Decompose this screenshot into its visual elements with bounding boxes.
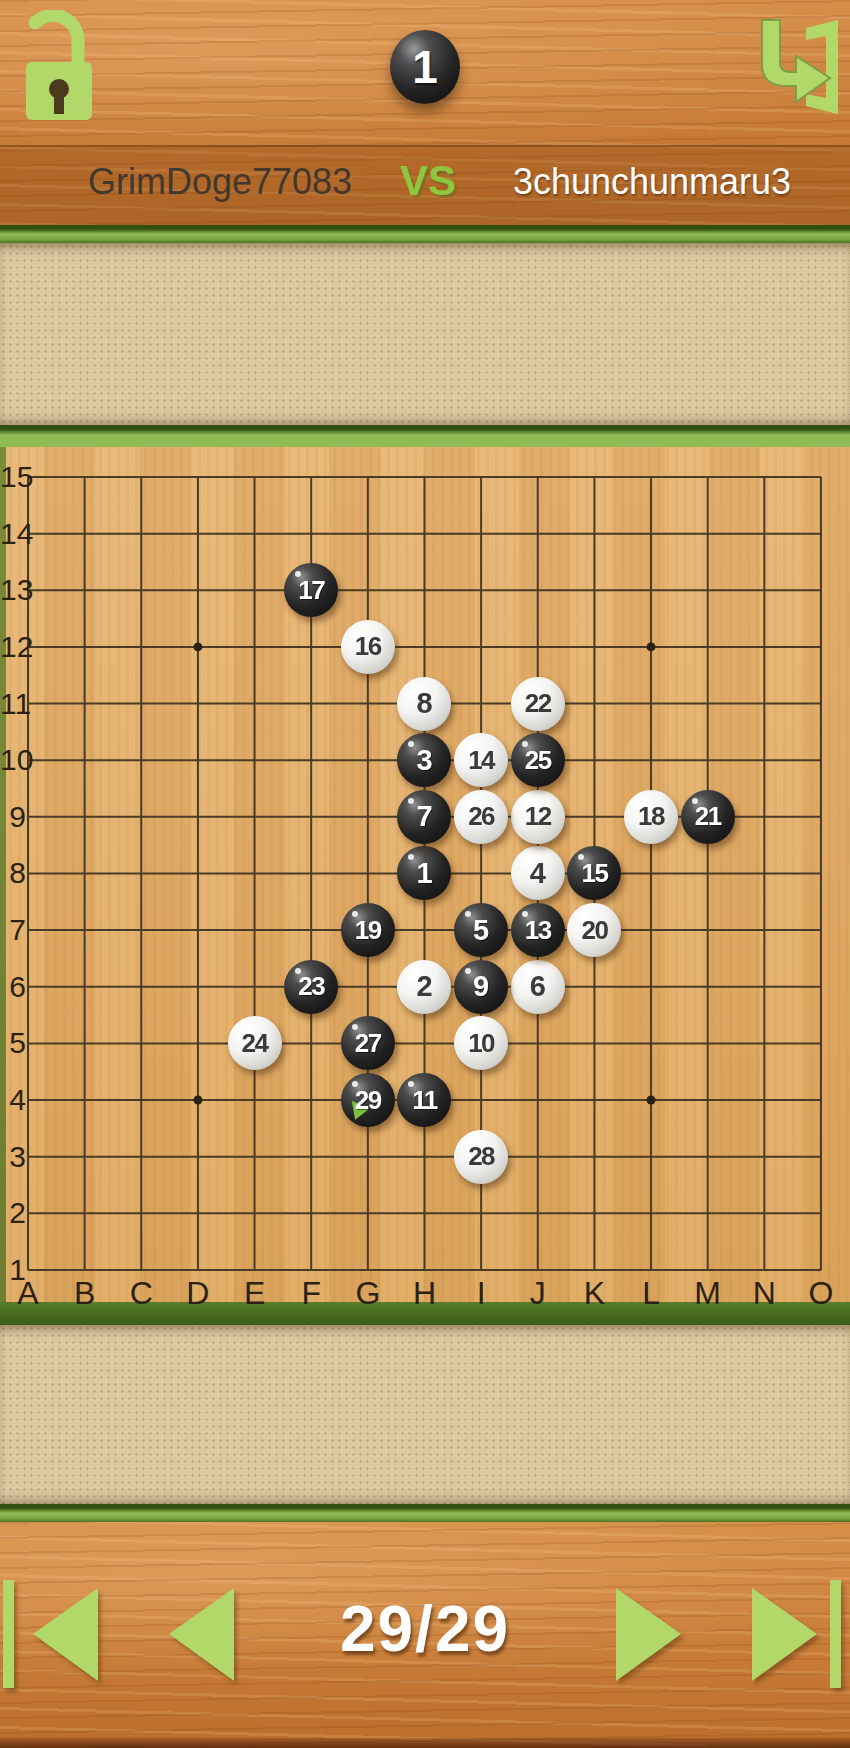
row-label: 8 (0, 855, 26, 891)
top-bar: 1 GrimDoge77083 VS 3chunchunmaru3 (0, 0, 850, 225)
row-label: 4 (0, 1082, 26, 1118)
stone-number: 21 (695, 801, 721, 832)
column-label: O (799, 1275, 843, 1311)
row-label: 10 (0, 742, 26, 778)
stone-black-23: 23 (284, 960, 338, 1014)
total-moves: 29 (435, 1593, 510, 1665)
column-label: E (233, 1275, 277, 1311)
row-label: 11 (0, 686, 26, 722)
stone-black-9: 9 (454, 960, 508, 1014)
stone-white-8: 8 (397, 677, 451, 731)
last-move-button[interactable] (748, 1578, 850, 1694)
stone-number: 12 (525, 801, 551, 832)
column-label: B (63, 1275, 107, 1311)
board-grid[interactable]: 151413121110987654321ABCDEFGHIJKLMNO 123… (0, 447, 850, 1302)
row-label: 6 (0, 969, 26, 1005)
column-label: M (686, 1275, 730, 1311)
star-point (193, 1096, 202, 1105)
divider-bottom (0, 1504, 850, 1522)
board-frame: 151413121110987654321ABCDEFGHIJKLMNO 123… (0, 425, 850, 1325)
background-lower (0, 1325, 850, 1504)
column-label: C (119, 1275, 163, 1311)
stone-number: 24 (242, 1028, 268, 1059)
gomoku-app: 1 GrimDoge77083 VS 3chunchunmaru3 151413… (0, 0, 850, 1748)
background-upper (0, 243, 850, 425)
stone-white-12: 12 (511, 790, 565, 844)
stone-number: 27 (355, 1028, 381, 1059)
turn-indicator-stone: 1 (390, 30, 460, 104)
stone-white-18: 18 (624, 790, 678, 844)
stone-black-19: 19 (341, 903, 395, 957)
column-label: J (516, 1275, 560, 1311)
move-counter: 29/29 (0, 1592, 850, 1666)
stone-white-2: 2 (397, 960, 451, 1014)
stone-number: 6 (530, 970, 546, 1003)
stone-number: 5 (473, 914, 489, 947)
column-label: D (176, 1275, 220, 1311)
replay-nav-bar: 29/29 (0, 1522, 850, 1748)
stone-number: 29 (355, 1085, 381, 1116)
stone-number: 4 (530, 857, 546, 890)
vs-label: VS (400, 157, 456, 205)
stone-black-27: 27 (341, 1016, 395, 1070)
stone-number: 10 (468, 1028, 494, 1059)
stone-number: 3 (416, 744, 432, 777)
turn-number: 1 (412, 40, 438, 94)
column-label: L (629, 1275, 673, 1311)
stone-black-29: 29 (341, 1073, 395, 1127)
stone-number: 28 (468, 1141, 494, 1172)
counter-separator: / (415, 1593, 435, 1665)
stone-white-24: 24 (228, 1016, 282, 1070)
row-label: 9 (0, 799, 26, 835)
row-label: 7 (0, 912, 26, 948)
star-point (193, 642, 202, 651)
stone-number: 18 (638, 801, 664, 832)
stone-number: 16 (355, 631, 381, 662)
player-black-name: GrimDoge77083 (88, 161, 352, 203)
stone-black-25: 25 (511, 733, 565, 787)
stone-number: 9 (473, 970, 489, 1003)
stone-number: 7 (416, 800, 432, 833)
stone-number: 11 (412, 1085, 437, 1116)
stone-white-4: 4 (511, 846, 565, 900)
stone-number: 15 (581, 858, 607, 889)
column-label: K (572, 1275, 616, 1311)
stone-black-5: 5 (454, 903, 508, 957)
star-point (647, 642, 656, 651)
next-move-button[interactable] (610, 1578, 690, 1694)
stone-number: 14 (468, 745, 494, 776)
stone-white-28: 28 (454, 1130, 508, 1184)
stone-number: 17 (298, 575, 324, 606)
stone-black-13: 13 (511, 903, 565, 957)
stone-number: 8 (416, 687, 432, 720)
stone-white-16: 16 (341, 620, 395, 674)
column-label: I (459, 1275, 503, 1311)
lock-unlocked-icon[interactable] (12, 10, 104, 126)
row-label: 3 (0, 1139, 26, 1175)
stone-white-26: 26 (454, 790, 508, 844)
column-label: A (6, 1275, 50, 1311)
stone-white-22: 22 (511, 677, 565, 731)
stone-black-7: 7 (397, 790, 451, 844)
star-point (647, 1096, 656, 1105)
row-label: 14 (0, 516, 26, 552)
stone-number: 2 (416, 970, 432, 1003)
stone-number: 22 (525, 688, 551, 719)
stone-black-21: 21 (681, 790, 735, 844)
row-label: 5 (0, 1025, 26, 1061)
row-label: 13 (0, 572, 26, 608)
column-label: G (346, 1275, 390, 1311)
stone-white-6: 6 (511, 960, 565, 1014)
stone-number: 26 (468, 801, 494, 832)
players-row: GrimDoge77083 VS 3chunchunmaru3 (0, 145, 850, 225)
stone-number: 20 (581, 915, 607, 946)
column-label: N (742, 1275, 786, 1311)
player-white-name: 3chunchunmaru3 (513, 161, 791, 203)
exit-game-icon[interactable] (754, 16, 842, 120)
divider-top (0, 225, 850, 243)
stone-white-14: 14 (454, 733, 508, 787)
stone-number: 13 (525, 915, 551, 946)
stone-number: 1 (416, 857, 432, 890)
current-move: 29 (340, 1593, 415, 1665)
stone-number: 19 (355, 915, 381, 946)
row-label: 12 (0, 629, 26, 665)
row-label: 15 (0, 459, 26, 495)
column-label: F (289, 1275, 333, 1311)
column-label: H (402, 1275, 446, 1311)
stone-number: 25 (525, 745, 551, 776)
stone-number: 23 (298, 971, 324, 1002)
row-label: 2 (0, 1195, 26, 1231)
